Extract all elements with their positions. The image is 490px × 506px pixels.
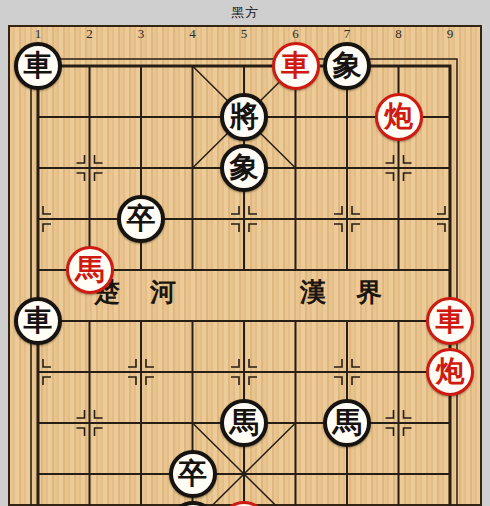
piece-black-elephant-2[interactable]: 象 — [220, 144, 268, 192]
black-side-label: 黑方 — [231, 4, 259, 22]
piece-red-chariot-2[interactable]: 車 — [426, 297, 474, 345]
piece-glyph: 馬 — [75, 255, 104, 284]
column-label-3: 3 — [131, 26, 151, 41]
piece-red-horse-1[interactable]: 馬 — [66, 246, 114, 294]
piece-glyph: 炮 — [436, 357, 465, 386]
piece-red-chariot-1[interactable]: 車 — [272, 42, 320, 90]
piece-glyph: 卒 — [127, 204, 156, 233]
piece-glyph: 車 — [281, 51, 310, 80]
column-label-2: 2 — [80, 26, 100, 41]
column-label-6: 6 — [286, 26, 306, 41]
piece-glyph: 象 — [230, 153, 259, 182]
xiangqi-board[interactable]: 123456789 楚河 漢界 車車象將炮象卒馬車車炮馬馬卒卒帥 — [8, 25, 482, 506]
piece-black-horse-1[interactable]: 馬 — [220, 399, 268, 447]
piece-glyph: 馬 — [230, 408, 259, 437]
piece-black-soldier-1[interactable]: 卒 — [117, 195, 165, 243]
piece-red-cannon-2[interactable]: 炮 — [426, 348, 474, 396]
column-label-8: 8 — [389, 26, 409, 41]
piece-glyph: 炮 — [384, 102, 413, 131]
piece-black-chariot-2[interactable]: 車 — [14, 297, 62, 345]
river-text-han-jie: 漢界 — [300, 277, 412, 307]
piece-glyph: 車 — [24, 51, 53, 80]
column-label-1: 1 — [28, 26, 48, 41]
piece-black-chariot-1[interactable]: 車 — [14, 42, 62, 90]
column-label-9: 9 — [440, 26, 460, 41]
piece-black-general[interactable]: 將 — [220, 93, 268, 141]
piece-black-horse-2[interactable]: 馬 — [323, 399, 371, 447]
piece-glyph: 車 — [436, 306, 465, 335]
piece-red-cannon-1[interactable]: 炮 — [375, 93, 423, 141]
column-label-5: 5 — [234, 26, 254, 41]
piece-glyph: 卒 — [178, 459, 207, 488]
column-label-7: 7 — [337, 26, 357, 41]
piece-glyph: 馬 — [333, 408, 362, 437]
piece-black-elephant-1[interactable]: 象 — [323, 42, 371, 90]
piece-glyph: 象 — [333, 51, 362, 80]
piece-glyph: 將 — [230, 102, 259, 131]
piece-black-soldier-2[interactable]: 卒 — [169, 450, 217, 498]
column-label-4: 4 — [183, 26, 203, 41]
piece-glyph: 車 — [24, 306, 53, 335]
top-label-bar: 黑方 — [0, 0, 490, 25]
